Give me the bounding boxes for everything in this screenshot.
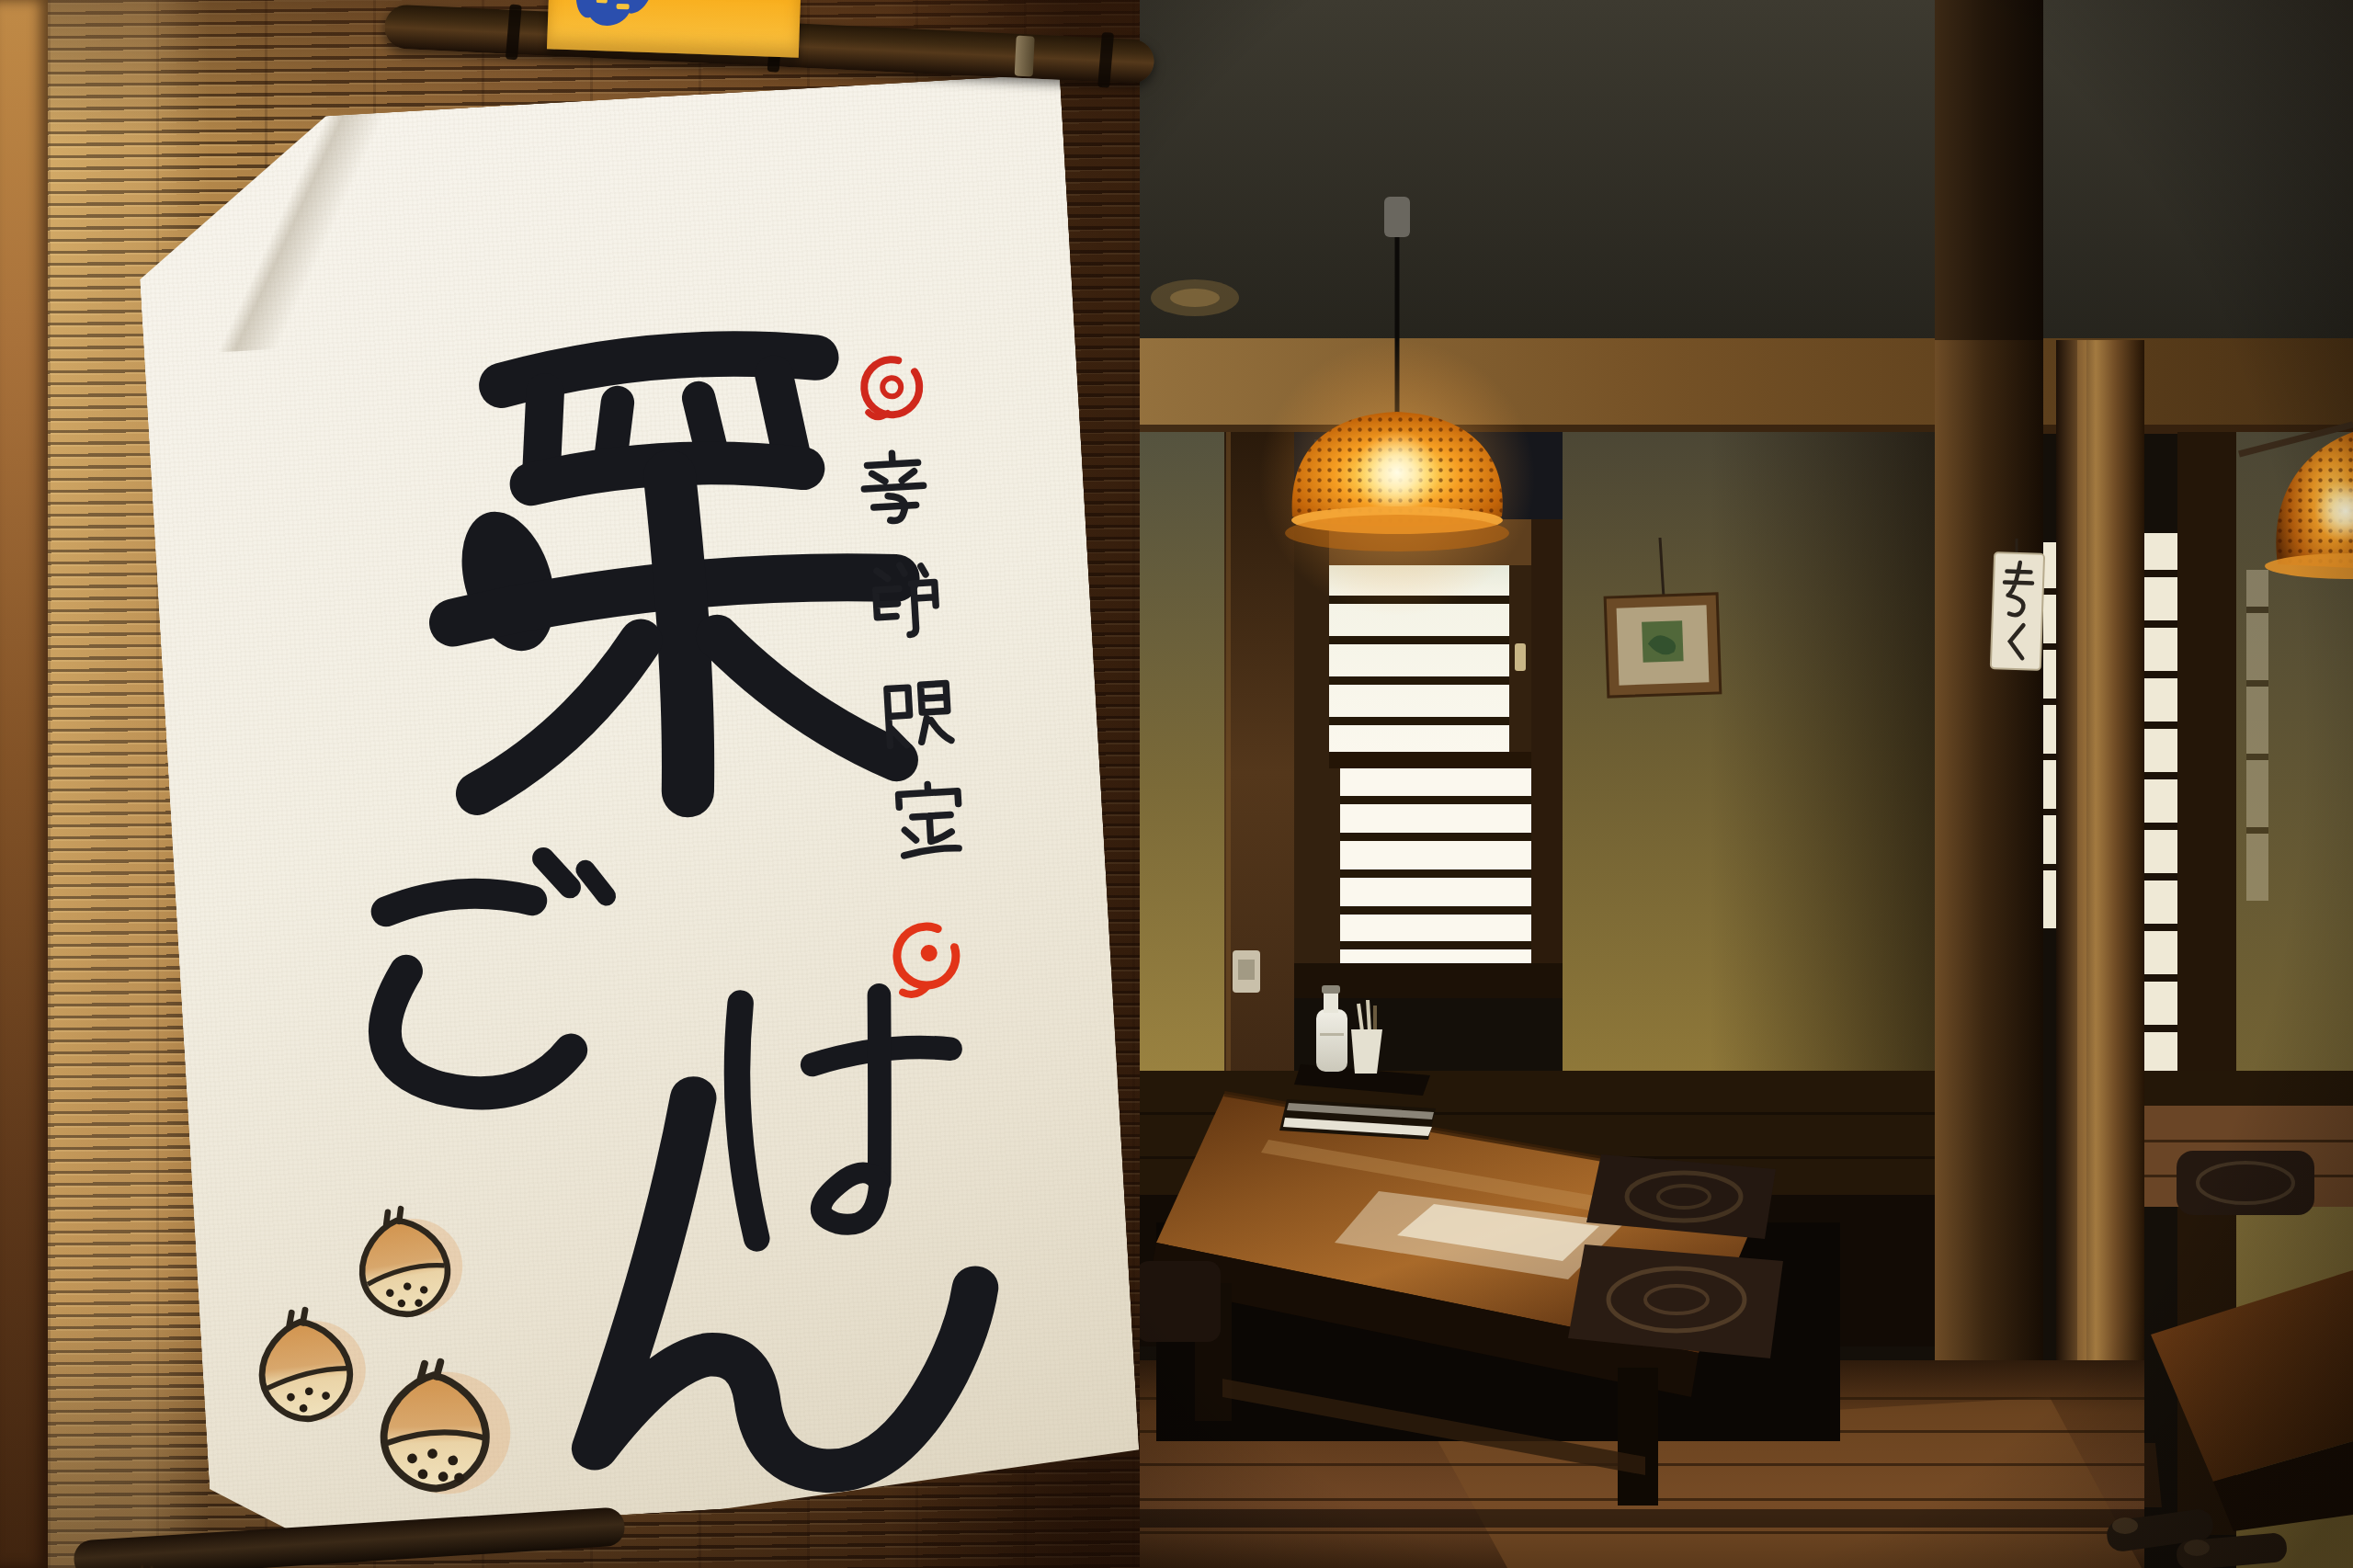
left-wall-edge [0,0,50,1568]
yellow-sign-emblem [547,0,801,58]
pole-tie [1097,32,1114,88]
banner-artwork [131,74,1142,1539]
vignette [1131,0,2353,1568]
pole-tie [506,4,522,60]
restaurant-photo: きく 栗 ご は ん 季 節 限 定 [0,0,2353,1568]
calligraphy-go [376,855,618,1098]
calligraphy-ha [732,992,961,1240]
pole-metal-band [1015,36,1035,77]
chestnut-icon [255,1304,371,1426]
chestnut-icon [381,1360,512,1495]
calligraphy-n [575,1083,985,1484]
noren-banner: 栗 ご は ん 季 節 限 定 [131,74,1142,1539]
seal-top-icon [863,358,921,418]
yellow-sign [547,0,801,58]
side-label-strokes [862,450,961,857]
chestnut-illustrations [248,1198,517,1506]
calligraphy-kuri [437,344,907,804]
seal-bottom-icon [895,925,958,994]
pole-string [139,1564,143,1568]
chestnut-icon [352,1200,470,1324]
